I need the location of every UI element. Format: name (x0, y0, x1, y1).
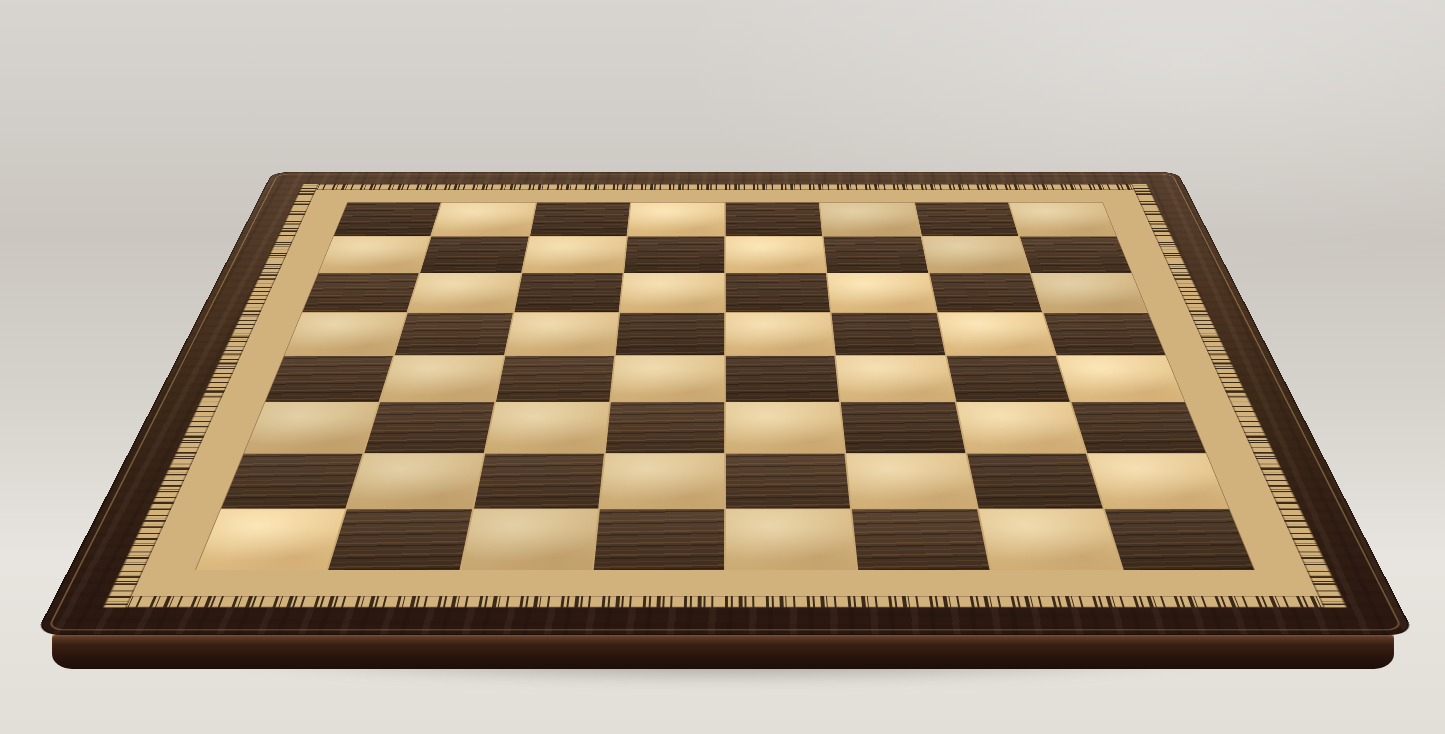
square-r5c1-dark (265, 356, 393, 402)
square-r7c6-light (846, 453, 976, 508)
square-r3c5-dark (726, 273, 830, 312)
square-r8c5-light (726, 509, 857, 570)
square-r2c2-dark (420, 237, 528, 273)
square-r2c8-dark (1020, 237, 1132, 273)
square-r2c6-dark (824, 237, 928, 273)
square-r3c6-light (828, 273, 936, 312)
square-r8c1-light (196, 509, 345, 570)
square-r8c3-light (461, 509, 598, 570)
square-r6c5-light (726, 402, 845, 452)
square-r8c8-dark (1105, 509, 1254, 570)
inlay-border-bottom (103, 596, 1347, 608)
square-r8c4-dark (593, 509, 724, 570)
square-r4c8-dark (1043, 313, 1165, 355)
square-r7c4-light (600, 453, 724, 508)
square-r1c4-light (628, 203, 725, 237)
photo-stage: Empty wooden tournament chessboard photo… (0, 0, 1445, 734)
square-r7c3-dark (474, 453, 604, 508)
square-r5c2-light (380, 356, 503, 402)
square-r7c5-dark (726, 453, 850, 508)
square-r7c8-light (1087, 453, 1228, 508)
square-r5c6-light (836, 356, 954, 402)
square-r8c2-dark (328, 509, 471, 570)
square-r4c2-dark (395, 313, 512, 355)
square-r7c7-dark (967, 453, 1103, 508)
square-r4c6-dark (832, 313, 945, 355)
square-r5c7-dark (946, 356, 1069, 402)
square-r8c6-dark (852, 509, 989, 570)
square-r7c1-dark (221, 453, 362, 508)
square-r3c3-dark (514, 273, 622, 312)
square-r2c3-light (522, 237, 626, 273)
square-r6c8-dark (1071, 402, 1205, 452)
square-r3c1-dark (302, 273, 418, 312)
square-r1c3-dark (530, 203, 630, 237)
square-r4c1-light (285, 313, 407, 355)
chessboard (35, 172, 1415, 635)
board-side-edge (52, 633, 1394, 669)
square-r6c2-dark (365, 402, 494, 452)
square-r5c3-dark (496, 356, 614, 402)
square-r6c7-light (956, 402, 1085, 452)
square-r2c1-light (319, 237, 431, 273)
square-r6c6-dark (841, 402, 965, 452)
square-r2c7-light (922, 237, 1030, 273)
square-r5c8-light (1057, 356, 1185, 402)
square-r8c7-light (978, 509, 1121, 570)
square-r2c4-dark (624, 237, 724, 273)
square-r5c5-dark (726, 356, 839, 402)
square-r1c8-light (1009, 203, 1116, 237)
square-r6c3-light (485, 402, 609, 452)
inlay-border-top (300, 184, 1150, 189)
square-r4c3-light (505, 313, 618, 355)
square-r4c7-light (938, 313, 1055, 355)
squares-grid (196, 203, 1254, 570)
square-r7c2-light (347, 453, 483, 508)
square-r4c4-dark (616, 313, 725, 355)
square-r6c1-light (244, 402, 378, 452)
square-r3c2-light (408, 273, 520, 312)
square-r1c6-light (820, 203, 920, 237)
square-r2c5-light (726, 237, 826, 273)
square-r3c7-dark (929, 273, 1041, 312)
square-r3c4-light (620, 273, 724, 312)
square-r6c4-dark (605, 402, 724, 452)
square-r1c1-dark (334, 203, 441, 237)
square-r5c4-light (611, 356, 724, 402)
square-r3c8-light (1031, 273, 1147, 312)
square-r4c5-light (726, 313, 835, 355)
square-r1c7-dark (915, 203, 1019, 237)
inlay-border (103, 184, 1347, 607)
square-r1c5-dark (726, 203, 823, 237)
square-r1c2-light (432, 203, 536, 237)
